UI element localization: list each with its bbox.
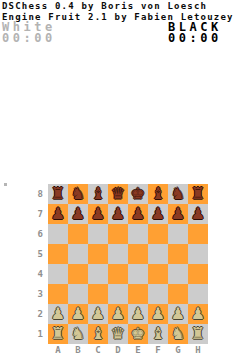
white-clock-block: White 00:00 xyxy=(2,22,56,44)
square-a4[interactable] xyxy=(48,264,68,284)
square-d2[interactable]: ♟ xyxy=(108,304,128,324)
square-f6[interactable] xyxy=(148,224,168,244)
piece-black-knight: ♞ xyxy=(71,184,85,204)
square-e6[interactable] xyxy=(128,224,148,244)
square-h7[interactable]: ♟ xyxy=(188,204,208,224)
square-a7[interactable]: ♟ xyxy=(48,204,68,224)
square-b6[interactable] xyxy=(68,224,88,244)
file-label-b: B xyxy=(68,345,88,357)
piece-black-pawn: ♟ xyxy=(111,204,125,224)
rank-label-3: 3 xyxy=(30,284,46,304)
piece-white-rook: ♜ xyxy=(191,324,205,344)
square-h1[interactable]: ♜ xyxy=(188,324,208,344)
piece-white-pawn: ♟ xyxy=(151,304,165,324)
file-label-a: A xyxy=(48,345,68,357)
square-c5[interactable] xyxy=(88,244,108,264)
square-a2[interactable]: ♟ xyxy=(48,304,68,324)
rank-label-5: 5 xyxy=(30,244,46,264)
square-h3[interactable] xyxy=(188,284,208,304)
piece-black-bishop: ♝ xyxy=(151,184,165,204)
square-e8[interactable]: ♚ xyxy=(128,184,148,204)
black-clock-block: BLACK 00:00 xyxy=(168,22,222,44)
white-clock-time: 00:00 xyxy=(2,33,56,44)
square-g2[interactable]: ♟ xyxy=(168,304,188,324)
square-d3[interactable] xyxy=(108,284,128,304)
piece-black-pawn: ♟ xyxy=(191,204,205,224)
square-b3[interactable] xyxy=(68,284,88,304)
square-g4[interactable] xyxy=(168,264,188,284)
square-a8[interactable]: ♜ xyxy=(48,184,68,204)
square-b7[interactable]: ♟ xyxy=(68,204,88,224)
piece-black-pawn: ♟ xyxy=(151,204,165,224)
file-label-c: C xyxy=(88,345,108,357)
piece-white-pawn: ♟ xyxy=(171,304,185,324)
piece-black-king: ♚ xyxy=(131,184,145,204)
square-a5[interactable] xyxy=(48,244,68,264)
square-g8[interactable]: ♞ xyxy=(168,184,188,204)
square-g7[interactable]: ♟ xyxy=(168,204,188,224)
piece-white-pawn: ♟ xyxy=(71,304,85,324)
piece-black-bishop: ♝ xyxy=(91,184,105,204)
piece-white-pawn: ♟ xyxy=(131,304,145,324)
piece-white-queen: ♛ xyxy=(111,324,125,344)
piece-white-pawn: ♟ xyxy=(191,304,205,324)
square-e5[interactable] xyxy=(128,244,148,264)
square-f7[interactable]: ♟ xyxy=(148,204,168,224)
piece-white-pawn: ♟ xyxy=(51,304,65,324)
square-f3[interactable] xyxy=(148,284,168,304)
rank-label-2: 2 xyxy=(30,304,46,324)
square-g5[interactable] xyxy=(168,244,188,264)
square-e3[interactable] xyxy=(128,284,148,304)
rank-label-7: 7 xyxy=(30,204,46,224)
file-label-d: D xyxy=(108,345,128,357)
square-f1[interactable]: ♝ xyxy=(148,324,168,344)
piece-black-queen: ♛ xyxy=(111,184,125,204)
piece-white-bishop: ♝ xyxy=(151,324,165,344)
square-c2[interactable]: ♟ xyxy=(88,304,108,324)
rank-label-1: 1 xyxy=(30,324,46,344)
square-d8[interactable]: ♛ xyxy=(108,184,128,204)
square-h2[interactable]: ♟ xyxy=(188,304,208,324)
rank-label-8: 8 xyxy=(30,184,46,204)
piece-white-pawn: ♟ xyxy=(111,304,125,324)
square-d7[interactable]: ♟ xyxy=(108,204,128,224)
piece-black-pawn: ♟ xyxy=(71,204,85,224)
piece-black-pawn: ♟ xyxy=(91,204,105,224)
square-e4[interactable] xyxy=(128,264,148,284)
square-d4[interactable] xyxy=(108,264,128,284)
square-c6[interactable] xyxy=(88,224,108,244)
square-a6[interactable] xyxy=(48,224,68,244)
square-f4[interactable] xyxy=(148,264,168,284)
piece-black-pawn: ♟ xyxy=(51,204,65,224)
square-b4[interactable] xyxy=(68,264,88,284)
app-title: DSChess 0.4 by Boris von Loesch xyxy=(2,1,207,11)
square-e1[interactable]: ♚ xyxy=(128,324,148,344)
file-label-e: E xyxy=(128,345,148,357)
square-c8[interactable]: ♝ xyxy=(88,184,108,204)
piece-black-knight: ♞ xyxy=(171,184,185,204)
square-f2[interactable]: ♟ xyxy=(148,304,168,324)
square-d6[interactable] xyxy=(108,224,128,244)
file-label-h: H xyxy=(188,345,208,357)
square-a1[interactable]: ♜ xyxy=(48,324,68,344)
square-f5[interactable] xyxy=(148,244,168,264)
piece-black-pawn: ♟ xyxy=(171,204,185,224)
rank-label-4: 4 xyxy=(30,264,46,284)
file-label-g: G xyxy=(168,345,188,357)
square-h5[interactable] xyxy=(188,244,208,264)
piece-white-bishop: ♝ xyxy=(91,324,105,344)
square-b5[interactable] xyxy=(68,244,88,264)
square-g3[interactable] xyxy=(168,284,188,304)
square-c3[interactable] xyxy=(88,284,108,304)
screen-artifact-dot xyxy=(4,183,7,186)
chess-board: ♜♞♝♛♚♝♞♜♟♟♟♟♟♟♟♟♟♟♟♟♟♟♟♟♜♞♝♛♚♝♞♜ xyxy=(48,184,208,344)
square-d1[interactable]: ♛ xyxy=(108,324,128,344)
piece-black-rook: ♜ xyxy=(191,184,205,204)
black-clock-time: 00:00 xyxy=(168,33,222,44)
piece-white-knight: ♞ xyxy=(71,324,85,344)
square-c4[interactable] xyxy=(88,264,108,284)
piece-white-pawn: ♟ xyxy=(91,304,105,324)
piece-black-pawn: ♟ xyxy=(131,204,145,224)
piece-white-king: ♚ xyxy=(131,324,145,344)
square-f8[interactable]: ♝ xyxy=(148,184,168,204)
square-g1[interactable]: ♞ xyxy=(168,324,188,344)
square-c1[interactable]: ♝ xyxy=(88,324,108,344)
piece-white-knight: ♞ xyxy=(171,324,185,344)
square-e7[interactable]: ♟ xyxy=(128,204,148,224)
piece-white-rook: ♜ xyxy=(51,324,65,344)
square-d5[interactable] xyxy=(108,244,128,264)
file-labels: ABCDEFGH xyxy=(48,345,208,357)
rank-label-6: 6 xyxy=(30,224,46,244)
square-b8[interactable]: ♞ xyxy=(68,184,88,204)
square-e2[interactable]: ♟ xyxy=(128,304,148,324)
file-label-f: F xyxy=(148,345,168,357)
square-h6[interactable] xyxy=(188,224,208,244)
square-h8[interactable]: ♜ xyxy=(188,184,208,204)
square-a3[interactable] xyxy=(48,284,68,304)
square-b2[interactable]: ♟ xyxy=(68,304,88,324)
square-g6[interactable] xyxy=(168,224,188,244)
rank-labels: 87654321 xyxy=(30,184,46,344)
square-h4[interactable] xyxy=(188,264,208,284)
square-b1[interactable]: ♞ xyxy=(68,324,88,344)
piece-black-rook: ♜ xyxy=(51,184,65,204)
square-c7[interactable]: ♟ xyxy=(88,204,108,224)
